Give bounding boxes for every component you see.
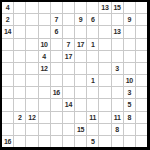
cell-r8c4[interactable]	[39, 87, 50, 98]
cell-r9c2[interactable]	[14, 99, 25, 110]
cell-r7c2[interactable]	[14, 75, 25, 86]
cell-r11c6[interactable]	[63, 124, 74, 135]
cell-r11c4[interactable]	[39, 124, 50, 135]
cell-r6c5[interactable]	[51, 63, 62, 74]
cell-r5c3[interactable]	[26, 51, 37, 62]
cell-r3c1[interactable]: 14	[2, 26, 13, 37]
cell-r4c9[interactable]	[99, 39, 110, 50]
cell-r9c12[interactable]	[136, 99, 147, 110]
cell-r12c6[interactable]	[63, 136, 74, 147]
cell-r8c2[interactable]	[14, 87, 25, 98]
cell-r1c5[interactable]	[51, 2, 62, 13]
cell-r11c10[interactable]: 8	[112, 124, 123, 135]
cell-r12c3[interactable]	[26, 136, 37, 147]
cell-r10c8[interactable]: 11	[87, 112, 98, 123]
cell-r8c11[interactable]: 3	[124, 87, 135, 98]
cell-r7c9[interactable]	[99, 75, 110, 86]
cell-r5c1[interactable]	[2, 51, 13, 62]
cell-r11c9[interactable]	[99, 124, 110, 135]
cell-r4c1[interactable]	[2, 39, 13, 50]
cell-r7c6[interactable]	[63, 75, 74, 86]
cell-r10c3[interactable]: 12	[26, 112, 37, 123]
cell-r5c5[interactable]	[51, 51, 62, 62]
cell-r8c1[interactable]	[2, 87, 13, 98]
cell-r8c12[interactable]	[136, 87, 147, 98]
cell-r7c5[interactable]	[51, 75, 62, 86]
cell-r12c5[interactable]	[51, 136, 62, 147]
cell-r12c1[interactable]: 16	[2, 136, 13, 147]
cell-r9c7[interactable]	[75, 99, 86, 110]
cell-r6c1[interactable]	[2, 63, 13, 74]
cell-r1c4[interactable]	[39, 2, 50, 13]
cell-r5c11[interactable]	[124, 51, 135, 62]
cell-r7c8[interactable]: 1	[87, 75, 98, 86]
cell-r2c4[interactable]	[39, 14, 50, 25]
cell-r10c7[interactable]	[75, 112, 86, 123]
cell-r7c3[interactable]	[26, 75, 37, 86]
cell-r6c11[interactable]	[124, 63, 135, 74]
cell-r2c2[interactable]	[14, 14, 25, 25]
cell-r5c7[interactable]	[75, 51, 86, 62]
cell-r11c7[interactable]: 15	[75, 124, 86, 135]
cell-r9c1[interactable]	[2, 99, 13, 110]
cell-r4c4[interactable]: 10	[39, 39, 50, 50]
cell-r3c3[interactable]	[26, 26, 37, 37]
cell-r6c4[interactable]: 12	[39, 63, 50, 74]
cell-r4c10[interactable]	[112, 39, 123, 50]
cell-r1c3[interactable]	[26, 2, 37, 13]
cell-r9c6[interactable]: 14	[63, 99, 74, 110]
cell-r3c7[interactable]	[75, 26, 86, 37]
cell-r1c9[interactable]: 13	[99, 2, 110, 13]
cell-r8c10[interactable]	[112, 87, 123, 98]
cell-r10c10[interactable]: 11	[112, 112, 123, 123]
cell-r2c7[interactable]: 9	[75, 14, 86, 25]
cell-r9c4[interactable]	[39, 99, 50, 110]
cell-r6c6[interactable]	[63, 63, 74, 74]
cell-r1c7[interactable]	[75, 2, 86, 13]
cell-r12c7[interactable]	[75, 136, 86, 147]
cell-r10c1[interactable]	[2, 112, 13, 123]
cell-r6c10[interactable]: 3	[112, 63, 123, 74]
cell-r2c8[interactable]: 6	[87, 14, 98, 25]
cell-r2c1[interactable]: 2	[2, 14, 13, 25]
cell-r5c10[interactable]	[112, 51, 123, 62]
cell-r12c4[interactable]	[39, 136, 50, 147]
cell-r5c8[interactable]	[87, 51, 98, 62]
cell-r1c11[interactable]	[124, 2, 135, 13]
cell-r5c12[interactable]	[136, 51, 147, 62]
board-grid: 4131527969146131071714171231101631452121…	[2, 2, 147, 147]
cell-r6c7[interactable]	[75, 63, 86, 74]
cell-r3c6[interactable]	[63, 26, 74, 37]
cell-r3c5[interactable]: 6	[51, 26, 62, 37]
cell-r4c7[interactable]: 17	[75, 39, 86, 50]
puzzle-board: 4131527969146131071714171231101631452121…	[0, 0, 150, 150]
cell-r5c9[interactable]	[99, 51, 110, 62]
cell-r1c10[interactable]: 15	[112, 2, 123, 13]
cell-r3c10[interactable]: 13	[112, 26, 123, 37]
cell-r4c2[interactable]	[14, 39, 25, 50]
cell-r3c2[interactable]	[14, 26, 25, 37]
cell-r4c5[interactable]	[51, 39, 62, 50]
cell-r1c12[interactable]	[136, 2, 147, 13]
cell-r6c12[interactable]	[136, 63, 147, 74]
cell-r1c8[interactable]	[87, 2, 98, 13]
cell-r12c2[interactable]	[14, 136, 25, 147]
cell-r8c7[interactable]	[75, 87, 86, 98]
cell-r12c12[interactable]	[136, 136, 147, 147]
cell-r6c3[interactable]	[26, 63, 37, 74]
cell-r10c11[interactable]: 8	[124, 112, 135, 123]
cell-r2c10[interactable]	[112, 14, 123, 25]
cell-r2c6[interactable]	[63, 14, 74, 25]
cell-r2c3[interactable]	[26, 14, 37, 25]
cell-r5c4[interactable]: 4	[39, 51, 50, 62]
cell-r2c12[interactable]	[136, 14, 147, 25]
cell-r12c8[interactable]: 5	[87, 136, 98, 147]
cell-r8c6[interactable]	[63, 87, 74, 98]
cell-r7c7[interactable]	[75, 75, 86, 86]
cell-r8c5[interactable]: 16	[51, 87, 62, 98]
cell-r4c12[interactable]	[136, 39, 147, 50]
cell-r2c11[interactable]: 9	[124, 14, 135, 25]
cell-r9c3[interactable]	[26, 99, 37, 110]
cell-r9c10[interactable]	[112, 99, 123, 110]
cell-r8c9[interactable]	[99, 87, 110, 98]
cell-r10c2[interactable]: 2	[14, 112, 25, 123]
cell-r12c9[interactable]	[99, 136, 110, 147]
cell-r9c8[interactable]	[87, 99, 98, 110]
cell-r7c1[interactable]	[2, 75, 13, 86]
cell-r11c11[interactable]	[124, 124, 135, 135]
cell-r7c11[interactable]: 10	[124, 75, 135, 86]
cell-r3c12[interactable]	[136, 26, 147, 37]
cell-r12c11[interactable]	[124, 136, 135, 147]
cell-r11c3[interactable]	[26, 124, 37, 135]
cell-r3c8[interactable]	[87, 26, 98, 37]
cell-r3c9[interactable]	[99, 26, 110, 37]
cell-r10c12[interactable]	[136, 112, 147, 123]
cell-r8c3[interactable]	[26, 87, 37, 98]
cell-r11c2[interactable]	[14, 124, 25, 135]
cell-r5c6[interactable]: 17	[63, 51, 74, 62]
cell-r7c12[interactable]	[136, 75, 147, 86]
cell-r1c1[interactable]: 4	[2, 2, 13, 13]
cell-r6c9[interactable]	[99, 63, 110, 74]
cell-r9c9[interactable]	[99, 99, 110, 110]
cell-r11c12[interactable]	[136, 124, 147, 135]
cell-r5c2[interactable]	[14, 51, 25, 62]
cell-r2c9[interactable]	[99, 14, 110, 25]
cell-r6c2[interactable]	[14, 63, 25, 74]
cell-r11c1[interactable]	[2, 124, 13, 135]
cell-r3c4[interactable]	[39, 26, 50, 37]
cell-r7c10[interactable]	[112, 75, 123, 86]
cell-r11c5[interactable]	[51, 124, 62, 135]
cell-r12c10[interactable]	[112, 136, 123, 147]
cell-r4c8[interactable]: 1	[87, 39, 98, 50]
cell-r10c5[interactable]	[51, 112, 62, 123]
cell-r4c6[interactable]: 7	[63, 39, 74, 50]
cell-r2c5[interactable]: 7	[51, 14, 62, 25]
cell-r9c11[interactable]: 5	[124, 99, 135, 110]
cell-r10c9[interactable]	[99, 112, 110, 123]
cell-r10c6[interactable]	[63, 112, 74, 123]
cell-r3c11[interactable]	[124, 26, 135, 37]
cell-r4c3[interactable]	[26, 39, 37, 50]
cell-r10c4[interactable]	[39, 112, 50, 123]
cell-r7c4[interactable]	[39, 75, 50, 86]
cell-r11c8[interactable]	[87, 124, 98, 135]
cell-r6c8[interactable]	[87, 63, 98, 74]
cell-r1c6[interactable]	[63, 2, 74, 13]
cell-r4c11[interactable]	[124, 39, 135, 50]
cell-r9c5[interactable]	[51, 99, 62, 110]
cell-r8c8[interactable]	[87, 87, 98, 98]
cell-r1c2[interactable]	[14, 2, 25, 13]
